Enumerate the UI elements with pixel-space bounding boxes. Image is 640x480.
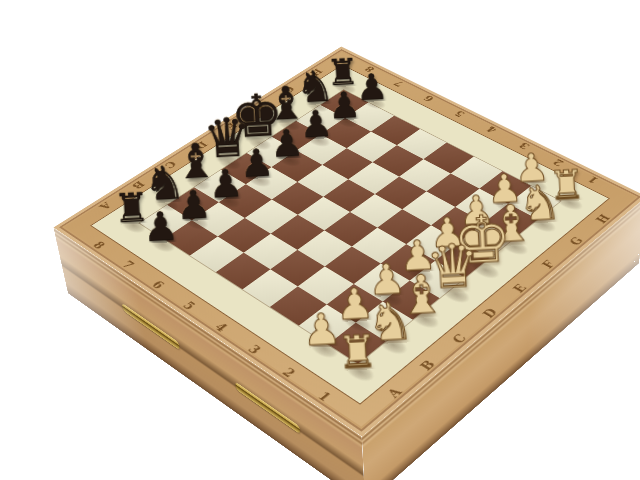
chess-set-photo: HGFEDCBA HGFEDCBA 87654321 87654321 ♜♞♝♛… (0, 0, 640, 480)
piece-black-pawn[interactable]: ♟ (136, 174, 184, 247)
piece-white-rook[interactable]: ♜ (330, 294, 384, 375)
brass-hinge (122, 303, 180, 351)
chess-box: HGFEDCBA HGFEDCBA 87654321 87654321 ♜♞♝♛… (53, 46, 640, 436)
brass-hinge (235, 381, 300, 434)
